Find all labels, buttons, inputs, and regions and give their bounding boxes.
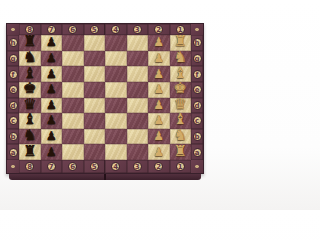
coord-label-5: 5 bbox=[90, 25, 99, 34]
frame-edge: 4 bbox=[105, 160, 127, 173]
frame-edge: d bbox=[7, 98, 19, 114]
coord-label-3: 3 bbox=[133, 25, 142, 34]
coord-label-6: 6 bbox=[68, 162, 77, 171]
frame-edge: 2 bbox=[148, 24, 170, 35]
square-h8[interactable]: ♜ bbox=[19, 35, 41, 51]
square-h1[interactable]: ♜ bbox=[170, 35, 192, 51]
frame-edge: 6 bbox=[62, 160, 84, 173]
board-fold-gap bbox=[104, 174, 106, 180]
square-c2[interactable]: ♟ bbox=[148, 113, 170, 129]
coord-label-7: 7 bbox=[47, 162, 56, 171]
square-c6[interactable] bbox=[62, 113, 84, 129]
square-a8[interactable]: ♜ bbox=[19, 144, 41, 160]
square-c7[interactable]: ♟ bbox=[41, 113, 63, 129]
piece-white-pawn: ♟ bbox=[153, 114, 164, 126]
frame-edge: d bbox=[191, 98, 203, 114]
square-a6[interactable] bbox=[62, 144, 84, 160]
coord-label-f: f bbox=[193, 70, 202, 79]
piece-black-pawn: ♟ bbox=[46, 83, 57, 95]
chess-board: 87654321h♜♟♟♜hg♞♟♟♞gf♝♟♟♝fe♚♟♟♚ed♛♟♟♛dc♝… bbox=[6, 23, 204, 174]
coord-label-h: h bbox=[9, 38, 18, 47]
frame-edge: 7 bbox=[41, 160, 63, 173]
square-d3[interactable] bbox=[127, 98, 149, 114]
square-e8[interactable]: ♚ bbox=[19, 82, 41, 98]
square-e5[interactable] bbox=[84, 82, 106, 98]
coord-label-d: d bbox=[9, 101, 18, 110]
square-d7[interactable]: ♟ bbox=[41, 98, 63, 114]
square-b1[interactable]: ♞ bbox=[170, 129, 192, 145]
frame-edge: h bbox=[191, 35, 203, 51]
frame-edge: e bbox=[7, 82, 19, 98]
square-f7[interactable]: ♟ bbox=[41, 66, 63, 82]
coord-label-a: a bbox=[9, 148, 18, 157]
square-f3[interactable] bbox=[127, 66, 149, 82]
piece-white-pawn: ♟ bbox=[153, 130, 164, 142]
square-c1[interactable]: ♝ bbox=[170, 113, 192, 129]
coord-label-8: 8 bbox=[25, 25, 34, 34]
square-d1[interactable]: ♛ bbox=[170, 98, 192, 114]
square-f5[interactable] bbox=[84, 66, 106, 82]
piece-black-bishop: ♝ bbox=[23, 112, 36, 127]
square-f1[interactable]: ♝ bbox=[170, 66, 192, 82]
square-h2[interactable]: ♟ bbox=[148, 35, 170, 51]
square-a3[interactable] bbox=[127, 144, 149, 160]
coord-label-1: 1 bbox=[176, 162, 185, 171]
piece-black-pawn: ♟ bbox=[46, 36, 57, 48]
square-c8[interactable]: ♝ bbox=[19, 113, 41, 129]
frame-corner bbox=[7, 160, 19, 173]
square-g4[interactable] bbox=[105, 51, 127, 67]
square-e7[interactable]: ♟ bbox=[41, 82, 63, 98]
square-g5[interactable] bbox=[84, 51, 106, 67]
frame-edge: g bbox=[191, 51, 203, 67]
square-e6[interactable] bbox=[62, 82, 84, 98]
piece-black-pawn: ♟ bbox=[46, 52, 57, 64]
square-h6[interactable] bbox=[62, 35, 84, 51]
square-d6[interactable] bbox=[62, 98, 84, 114]
coord-label-a: a bbox=[193, 148, 202, 157]
square-d8[interactable]: ♛ bbox=[19, 98, 41, 114]
frame-edge: h bbox=[7, 35, 19, 51]
frame-edge: 3 bbox=[127, 160, 149, 173]
piece-black-queen: ♛ bbox=[23, 97, 36, 112]
square-a7[interactable]: ♟ bbox=[41, 144, 63, 160]
piece-white-knight: ♞ bbox=[174, 50, 187, 65]
coord-label-2: 2 bbox=[154, 162, 163, 171]
square-a5[interactable] bbox=[84, 144, 106, 160]
frame-edge: a bbox=[7, 144, 19, 160]
square-f2[interactable]: ♟ bbox=[148, 66, 170, 82]
frame-edge: c bbox=[191, 113, 203, 129]
piece-white-pawn: ♟ bbox=[153, 68, 164, 80]
frame-corner bbox=[7, 24, 19, 35]
square-b2[interactable]: ♟ bbox=[148, 129, 170, 145]
coord-label-g: g bbox=[193, 54, 202, 63]
square-b5[interactable] bbox=[84, 129, 106, 145]
frame-corner bbox=[191, 24, 203, 35]
square-d5[interactable] bbox=[84, 98, 106, 114]
square-e1[interactable]: ♚ bbox=[170, 82, 192, 98]
piece-white-queen: ♛ bbox=[174, 97, 187, 112]
coord-label-5: 5 bbox=[90, 162, 99, 171]
frame-edge: a bbox=[191, 144, 203, 160]
piece-black-knight: ♞ bbox=[23, 128, 36, 143]
square-b4[interactable] bbox=[105, 129, 127, 145]
frame-edge: 6 bbox=[62, 24, 84, 35]
square-e4[interactable] bbox=[105, 82, 127, 98]
piece-white-rook: ♜ bbox=[174, 144, 187, 159]
square-h5[interactable] bbox=[84, 35, 106, 51]
square-d4[interactable] bbox=[105, 98, 127, 114]
piece-black-rook: ♜ bbox=[23, 34, 36, 49]
coord-label-h: h bbox=[193, 38, 202, 47]
frame-edge: e bbox=[191, 82, 203, 98]
square-f8[interactable]: ♝ bbox=[19, 66, 41, 82]
piece-black-pawn: ♟ bbox=[46, 114, 57, 126]
coord-label-e: e bbox=[9, 85, 18, 94]
square-h3[interactable] bbox=[127, 35, 149, 51]
frame-edge: 8 bbox=[19, 160, 41, 173]
piece-white-pawn: ♟ bbox=[153, 83, 164, 95]
coord-label-6: 6 bbox=[68, 25, 77, 34]
piece-black-pawn: ♟ bbox=[46, 146, 57, 158]
frame-edge: b bbox=[7, 129, 19, 145]
piece-black-pawn: ♟ bbox=[46, 99, 57, 111]
frame-edge: 2 bbox=[148, 160, 170, 173]
square-g1[interactable]: ♞ bbox=[170, 51, 192, 67]
square-h4[interactable] bbox=[105, 35, 127, 51]
square-a4[interactable] bbox=[105, 144, 127, 160]
square-f6[interactable] bbox=[62, 66, 84, 82]
coord-label-1: 1 bbox=[176, 25, 185, 34]
frame-edge: 3 bbox=[127, 24, 149, 35]
coord-label-b: b bbox=[9, 132, 18, 141]
square-h7[interactable]: ♟ bbox=[41, 35, 63, 51]
piece-white-knight: ♞ bbox=[174, 128, 187, 143]
frame-edge: f bbox=[191, 66, 203, 82]
coord-label-b: b bbox=[193, 132, 202, 141]
coord-label-f: f bbox=[9, 70, 18, 79]
piece-black-rook: ♜ bbox=[23, 144, 36, 159]
piece-black-king: ♚ bbox=[23, 81, 36, 96]
frame-edge: 1 bbox=[170, 24, 192, 35]
piece-white-pawn: ♟ bbox=[153, 146, 164, 158]
frame-edge: c bbox=[7, 113, 19, 129]
coord-label-4: 4 bbox=[111, 162, 120, 171]
square-a1[interactable]: ♜ bbox=[170, 144, 192, 160]
square-b8[interactable]: ♞ bbox=[19, 129, 41, 145]
piece-black-pawn: ♟ bbox=[46, 130, 57, 142]
frame-edge: g bbox=[7, 51, 19, 67]
coord-label-7: 7 bbox=[47, 25, 56, 34]
square-c4[interactable] bbox=[105, 113, 127, 129]
piece-white-bishop: ♝ bbox=[174, 66, 187, 81]
square-f4[interactable] bbox=[105, 66, 127, 82]
piece-white-pawn: ♟ bbox=[153, 99, 164, 111]
frame-edge: 5 bbox=[84, 24, 106, 35]
piece-black-knight: ♞ bbox=[23, 50, 36, 65]
piece-white-pawn: ♟ bbox=[153, 52, 164, 64]
square-d2[interactable]: ♟ bbox=[148, 98, 170, 114]
square-b6[interactable] bbox=[62, 129, 84, 145]
square-e3[interactable] bbox=[127, 82, 149, 98]
piece-white-bishop: ♝ bbox=[174, 112, 187, 127]
frame-edge: 8 bbox=[19, 24, 41, 35]
square-g8[interactable]: ♞ bbox=[19, 51, 41, 67]
square-b7[interactable]: ♟ bbox=[41, 129, 63, 145]
square-b3[interactable] bbox=[127, 129, 149, 145]
piece-white-pawn: ♟ bbox=[153, 36, 164, 48]
square-g2[interactable]: ♟ bbox=[148, 51, 170, 67]
frame-edge: 4 bbox=[105, 24, 127, 35]
frame-edge: 7 bbox=[41, 24, 63, 35]
coord-label-8: 8 bbox=[25, 162, 34, 171]
board-front-edge bbox=[9, 174, 201, 180]
square-g7[interactable]: ♟ bbox=[41, 51, 63, 67]
coord-label-c: c bbox=[9, 116, 18, 125]
square-e2[interactable]: ♟ bbox=[148, 82, 170, 98]
coord-label-3: 3 bbox=[133, 162, 142, 171]
coord-label-4: 4 bbox=[111, 25, 120, 34]
frame-edge: 5 bbox=[84, 160, 106, 173]
square-a2[interactable]: ♟ bbox=[148, 144, 170, 160]
square-c5[interactable] bbox=[84, 113, 106, 129]
coord-label-c: c bbox=[193, 116, 202, 125]
frame-edge: b bbox=[191, 129, 203, 145]
coord-label-d: d bbox=[193, 101, 202, 110]
coord-label-g: g bbox=[9, 54, 18, 63]
coord-label-2: 2 bbox=[154, 25, 163, 34]
frame-edge: 1 bbox=[170, 160, 192, 173]
piece-black-pawn: ♟ bbox=[46, 68, 57, 80]
piece-white-king: ♚ bbox=[174, 81, 187, 96]
piece-white-rook: ♜ bbox=[174, 34, 187, 49]
coord-label-e: e bbox=[193, 85, 202, 94]
frame-edge: f bbox=[7, 66, 19, 82]
frame-corner bbox=[191, 160, 203, 173]
piece-black-bishop: ♝ bbox=[23, 66, 36, 81]
square-g6[interactable] bbox=[62, 51, 84, 67]
square-c3[interactable] bbox=[127, 113, 149, 129]
square-g3[interactable] bbox=[127, 51, 149, 67]
